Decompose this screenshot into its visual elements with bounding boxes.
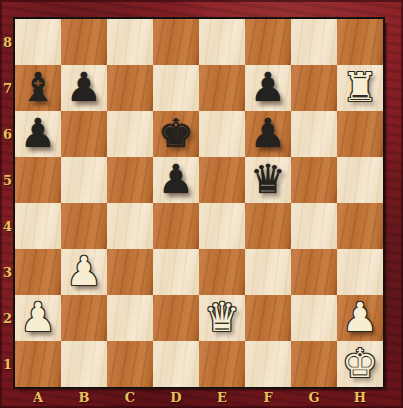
square-b5[interactable]	[61, 157, 107, 203]
square-e3[interactable]	[199, 249, 245, 295]
square-a4[interactable]	[15, 203, 61, 249]
square-h6[interactable]	[337, 111, 383, 157]
rank-label-6: 6	[0, 111, 15, 157]
square-d1[interactable]	[153, 341, 199, 387]
square-h5[interactable]	[337, 157, 383, 203]
square-c7[interactable]	[107, 65, 153, 111]
square-d5[interactable]: ♟	[153, 157, 199, 203]
square-f7[interactable]: ♟	[245, 65, 291, 111]
rank-label-4: 4	[0, 203, 15, 249]
file-label-h: H	[337, 387, 383, 408]
rank-label-5: 5	[0, 157, 15, 203]
square-b2[interactable]	[61, 295, 107, 341]
piece-white-pawn[interactable]: ♟	[20, 297, 56, 337]
square-a6[interactable]: ♟	[15, 111, 61, 157]
square-c2[interactable]	[107, 295, 153, 341]
piece-black-king[interactable]: ♚	[158, 113, 194, 153]
square-h3[interactable]	[337, 249, 383, 295]
square-f6[interactable]: ♟	[245, 111, 291, 157]
rank-label-7: 7	[0, 65, 15, 111]
piece-black-pawn[interactable]: ♟	[250, 113, 286, 153]
chess-board[interactable]: ♝♟♟♜♟♚♟♟♛♟♟♛♟♚	[15, 19, 383, 387]
square-g8[interactable]	[291, 19, 337, 65]
piece-black-pawn[interactable]: ♟	[250, 67, 286, 107]
square-g3[interactable]	[291, 249, 337, 295]
square-f1[interactable]	[245, 341, 291, 387]
square-g1[interactable]	[291, 341, 337, 387]
square-b8[interactable]	[61, 19, 107, 65]
square-e1[interactable]	[199, 341, 245, 387]
piece-black-pawn[interactable]: ♟	[66, 67, 102, 107]
rank-label-8: 8	[0, 19, 15, 65]
square-a3[interactable]	[15, 249, 61, 295]
piece-black-pawn[interactable]: ♟	[158, 159, 194, 199]
square-a7[interactable]: ♝	[15, 65, 61, 111]
square-d6[interactable]: ♚	[153, 111, 199, 157]
rank-label-3: 3	[0, 249, 15, 295]
piece-white-pawn[interactable]: ♟	[342, 297, 378, 337]
file-label-e: E	[199, 387, 245, 408]
file-label-c: C	[107, 387, 153, 408]
square-f5[interactable]: ♛	[245, 157, 291, 203]
square-b6[interactable]	[61, 111, 107, 157]
board-frame: 87654321 ♝♟♟♜♟♚♟♟♛♟♟♛♟♚ ABCDEFGH	[0, 0, 403, 408]
file-labels: ABCDEFGH	[15, 387, 383, 408]
square-d3[interactable]	[153, 249, 199, 295]
square-d2[interactable]	[153, 295, 199, 341]
square-d4[interactable]	[153, 203, 199, 249]
square-d8[interactable]	[153, 19, 199, 65]
square-e8[interactable]	[199, 19, 245, 65]
square-h7[interactable]: ♜	[337, 65, 383, 111]
square-a1[interactable]	[15, 341, 61, 387]
square-c5[interactable]	[107, 157, 153, 203]
piece-white-queen[interactable]: ♛	[204, 297, 240, 337]
square-g5[interactable]	[291, 157, 337, 203]
file-label-g: G	[291, 387, 337, 408]
rank-label-1: 1	[0, 341, 15, 387]
square-g4[interactable]	[291, 203, 337, 249]
square-e5[interactable]	[199, 157, 245, 203]
square-c3[interactable]	[107, 249, 153, 295]
square-d7[interactable]	[153, 65, 199, 111]
file-label-b: B	[61, 387, 107, 408]
file-label-f: F	[245, 387, 291, 408]
piece-white-pawn[interactable]: ♟	[66, 251, 102, 291]
piece-black-pawn[interactable]: ♟	[20, 113, 56, 153]
square-b1[interactable]	[61, 341, 107, 387]
square-c8[interactable]	[107, 19, 153, 65]
square-c4[interactable]	[107, 203, 153, 249]
square-e2[interactable]: ♛	[199, 295, 245, 341]
square-f3[interactable]	[245, 249, 291, 295]
piece-white-king[interactable]: ♚	[342, 343, 378, 383]
square-e4[interactable]	[199, 203, 245, 249]
square-g6[interactable]	[291, 111, 337, 157]
square-f2[interactable]	[245, 295, 291, 341]
square-c1[interactable]	[107, 341, 153, 387]
square-c6[interactable]	[107, 111, 153, 157]
square-a2[interactable]: ♟	[15, 295, 61, 341]
square-b4[interactable]	[61, 203, 107, 249]
square-h4[interactable]	[337, 203, 383, 249]
rank-labels: 87654321	[0, 19, 15, 387]
file-label-d: D	[153, 387, 199, 408]
square-h8[interactable]	[337, 19, 383, 65]
square-e7[interactable]	[199, 65, 245, 111]
rank-label-2: 2	[0, 295, 15, 341]
piece-white-rook[interactable]: ♜	[342, 67, 378, 107]
piece-black-queen[interactable]: ♛	[250, 159, 286, 199]
square-g2[interactable]	[291, 295, 337, 341]
square-b3[interactable]: ♟	[61, 249, 107, 295]
square-a5[interactable]	[15, 157, 61, 203]
square-h1[interactable]: ♚	[337, 341, 383, 387]
square-h2[interactable]: ♟	[337, 295, 383, 341]
square-a8[interactable]	[15, 19, 61, 65]
square-e6[interactable]	[199, 111, 245, 157]
square-b7[interactable]: ♟	[61, 65, 107, 111]
piece-black-bishop[interactable]: ♝	[20, 67, 56, 107]
square-f4[interactable]	[245, 203, 291, 249]
file-label-a: A	[15, 387, 61, 408]
square-g7[interactable]	[291, 65, 337, 111]
square-f8[interactable]	[245, 19, 291, 65]
